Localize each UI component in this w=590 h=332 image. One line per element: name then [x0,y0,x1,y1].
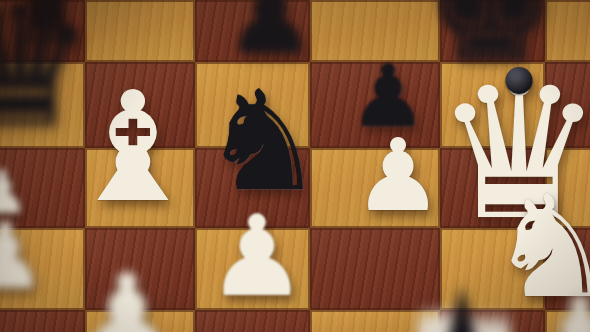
white-pawn-b3: ♟ [0,211,46,303]
out-of-focus-foreground-piece [418,286,510,332]
black-pawn-d6: ♟ [225,0,315,68]
white-pawn-e4: ♟ [353,126,443,226]
white-pawn-g2: ♟ [524,280,590,332]
white-pawn-c2: ♟ [72,258,181,332]
black-knight-d4: ♞ [201,73,325,211]
square-c6 [85,0,195,62]
chess-board-photo: ♜♛♟♚♟♞♝♟♛♞♟♟♟♟♟ [0,0,590,332]
foreground-dark-wedge [446,286,478,332]
white-bishop-c4: ♝ [65,72,201,224]
white-pawn-d3: ♟ [207,200,307,312]
king-finial-ball [506,67,533,94]
